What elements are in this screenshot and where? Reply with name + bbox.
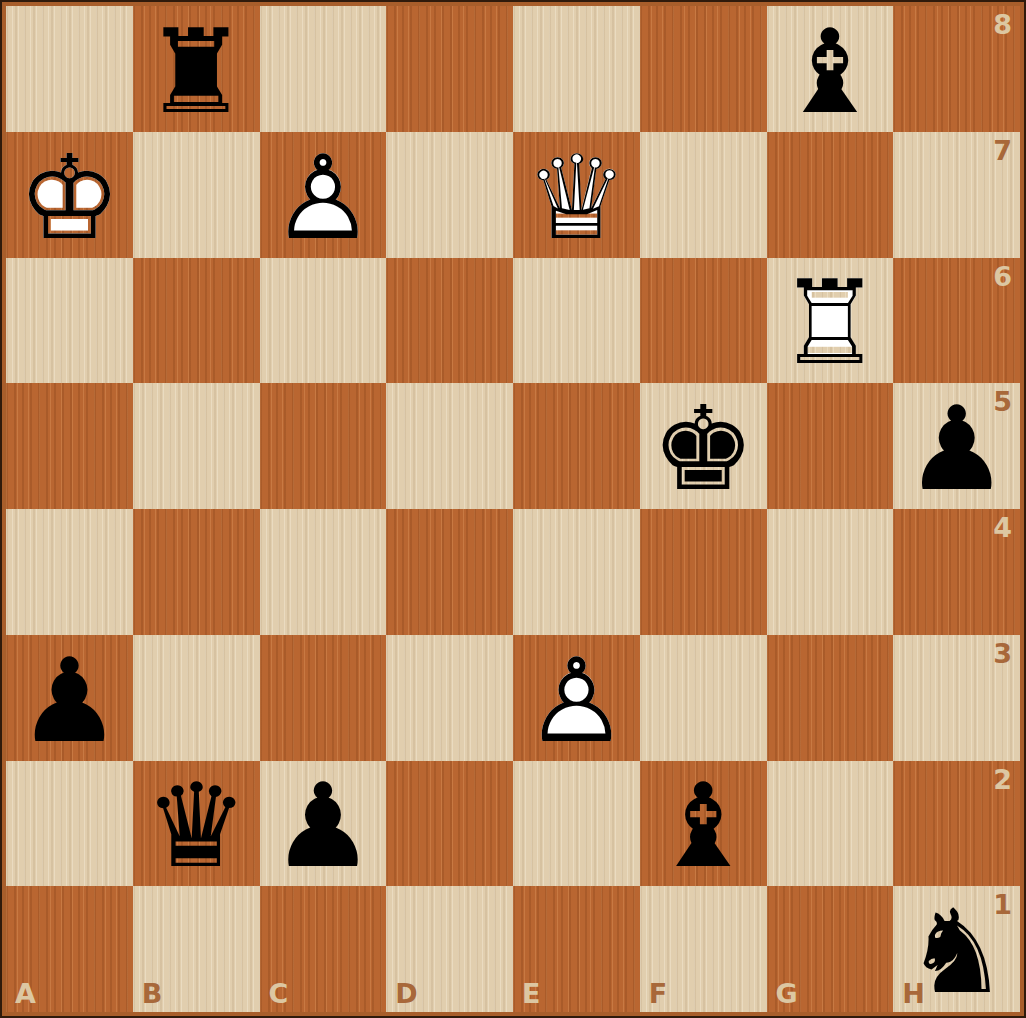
piece-outline: ♙: [271, 140, 375, 256]
white-queen[interactable]: ♛♕: [513, 132, 640, 258]
square-h7[interactable]: 7: [893, 132, 1020, 258]
square-e7[interactable]: ♛♕: [513, 132, 640, 258]
square-f2[interactable]: ♝: [640, 761, 767, 887]
black-pawn[interactable]: ♟: [260, 761, 387, 887]
square-f6[interactable]: [640, 258, 767, 384]
rank-label-5: 5: [993, 388, 1012, 415]
square-a3[interactable]: ♟: [6, 635, 133, 761]
square-g3[interactable]: [767, 635, 894, 761]
piece-fill: ♝: [651, 769, 755, 885]
square-a2[interactable]: [6, 761, 133, 887]
black-queen[interactable]: ♛: [133, 761, 260, 887]
piece-fill: ♛: [144, 769, 248, 885]
piece-outline: ♖: [778, 266, 882, 382]
file-label-b: B: [142, 980, 163, 1007]
square-h4[interactable]: 4: [893, 509, 1020, 635]
square-a6[interactable]: [6, 258, 133, 384]
square-h5[interactable]: ♟5: [893, 383, 1020, 509]
square-e8[interactable]: [513, 6, 640, 132]
square-c1[interactable]: C: [260, 886, 387, 1012]
square-a8[interactable]: [6, 6, 133, 132]
square-f3[interactable]: [640, 635, 767, 761]
square-h8[interactable]: 8: [893, 6, 1020, 132]
square-g7[interactable]: [767, 132, 894, 258]
square-c5[interactable]: [260, 383, 387, 509]
square-e1[interactable]: E: [513, 886, 640, 1012]
square-g8[interactable]: ♝: [767, 6, 894, 132]
file-label-d: D: [395, 980, 417, 1007]
piece-fill: ♝: [778, 14, 882, 130]
square-b5[interactable]: [133, 383, 260, 509]
piece-outline: ♕: [524, 140, 628, 256]
square-c2[interactable]: ♟: [260, 761, 387, 887]
rank-label-6: 6: [993, 263, 1012, 290]
white-pawn[interactable]: ♟♙: [513, 635, 640, 761]
black-bishop[interactable]: ♝: [767, 6, 894, 132]
square-h2[interactable]: 2: [893, 761, 1020, 887]
piece-fill: ♜: [144, 14, 248, 130]
square-b4[interactable]: [133, 509, 260, 635]
piece-outline: ♔: [17, 140, 121, 256]
square-h1[interactable]: ♞1H: [893, 886, 1020, 1012]
rank-label-8: 8: [993, 11, 1012, 38]
square-a4[interactable]: [6, 509, 133, 635]
square-d1[interactable]: D: [386, 886, 513, 1012]
square-c8[interactable]: [260, 6, 387, 132]
square-e6[interactable]: [513, 258, 640, 384]
board-frame: ♜♝8♚♔♟♙♛♕7♜♖6♚♟54♟♟♙3♛♟♝2ABCDEFG♞1H: [2, 2, 1024, 1016]
square-c6[interactable]: [260, 258, 387, 384]
square-g5[interactable]: [767, 383, 894, 509]
rank-label-2: 2: [993, 766, 1012, 793]
square-h6[interactable]: 6: [893, 258, 1020, 384]
square-e4[interactable]: [513, 509, 640, 635]
black-king[interactable]: ♚: [640, 383, 767, 509]
file-label-h: H: [902, 980, 925, 1007]
file-label-f: F: [649, 980, 667, 1007]
file-label-e: E: [522, 980, 540, 1007]
black-pawn[interactable]: ♟: [6, 635, 133, 761]
square-d8[interactable]: [386, 6, 513, 132]
rank-label-4: 4: [993, 514, 1012, 541]
square-b2[interactable]: ♛: [133, 761, 260, 887]
chess-diagram: ♜♝8♚♔♟♙♛♕7♜♖6♚♟54♟♟♙3♛♟♝2ABCDEFG♞1H: [0, 0, 1026, 1018]
square-c7[interactable]: ♟♙: [260, 132, 387, 258]
black-bishop[interactable]: ♝: [640, 761, 767, 887]
square-b1[interactable]: B: [133, 886, 260, 1012]
piece-fill: ♟: [271, 769, 375, 885]
square-c4[interactable]: [260, 509, 387, 635]
square-e2[interactable]: [513, 761, 640, 887]
square-a5[interactable]: [6, 383, 133, 509]
piece-fill: ♚: [651, 392, 755, 508]
square-h3[interactable]: 3: [893, 635, 1020, 761]
square-c3[interactable]: [260, 635, 387, 761]
chess-board: ♜♝8♚♔♟♙♛♕7♜♖6♚♟54♟♟♙3♛♟♝2ABCDEFG♞1H: [6, 6, 1020, 1012]
square-a1[interactable]: A: [6, 886, 133, 1012]
square-d7[interactable]: [386, 132, 513, 258]
file-label-c: C: [269, 980, 289, 1007]
square-d3[interactable]: [386, 635, 513, 761]
square-g4[interactable]: [767, 509, 894, 635]
square-f7[interactable]: [640, 132, 767, 258]
white-king[interactable]: ♚♔: [6, 132, 133, 258]
rank-label-3: 3: [993, 640, 1012, 667]
square-g1[interactable]: G: [767, 886, 894, 1012]
square-e5[interactable]: [513, 383, 640, 509]
square-f8[interactable]: [640, 6, 767, 132]
rank-label-1: 1: [993, 891, 1012, 918]
square-f1[interactable]: F: [640, 886, 767, 1012]
square-d6[interactable]: [386, 258, 513, 384]
square-b8[interactable]: ♜: [133, 6, 260, 132]
white-pawn[interactable]: ♟♙: [260, 132, 387, 258]
file-label-g: G: [776, 980, 798, 1007]
square-f4[interactable]: [640, 509, 767, 635]
piece-fill: ♟: [17, 643, 121, 759]
square-d5[interactable]: [386, 383, 513, 509]
square-g6[interactable]: ♜♖: [767, 258, 894, 384]
square-f5[interactable]: ♚: [640, 383, 767, 509]
square-b7[interactable]: [133, 132, 260, 258]
rank-label-7: 7: [993, 137, 1012, 164]
square-d4[interactable]: [386, 509, 513, 635]
black-rook[interactable]: ♜: [133, 6, 260, 132]
square-g2[interactable]: [767, 761, 894, 887]
square-a7[interactable]: ♚♔: [6, 132, 133, 258]
square-d2[interactable]: [386, 761, 513, 887]
square-b6[interactable]: [133, 258, 260, 384]
square-b3[interactable]: [133, 635, 260, 761]
file-label-a: A: [15, 980, 36, 1007]
white-rook[interactable]: ♜♖: [767, 258, 894, 384]
piece-outline: ♙: [524, 643, 628, 759]
square-e3[interactable]: ♟♙: [513, 635, 640, 761]
